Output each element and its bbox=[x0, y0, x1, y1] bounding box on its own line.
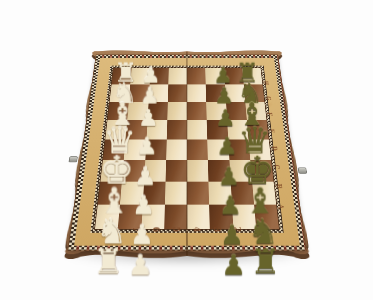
square-h2[interactable] bbox=[223, 68, 243, 85]
square-g3[interactable] bbox=[205, 84, 225, 101]
piece-cell: ♟ bbox=[129, 219, 154, 249]
file-label: G bbox=[264, 96, 272, 100]
square-g2[interactable] bbox=[224, 84, 244, 101]
white-rook[interactable]: ♜ bbox=[93, 245, 124, 279]
black-pawn[interactable]: ♟ bbox=[216, 135, 237, 159]
piece-cell: ♟ bbox=[132, 190, 156, 219]
piece-cell: ♟ bbox=[127, 249, 153, 280]
piece-cell: ♟ bbox=[134, 159, 158, 190]
square-f4[interactable] bbox=[187, 102, 207, 120]
piece-cell: ♜ bbox=[244, 249, 285, 280]
white-pawn[interactable]: ♟ bbox=[134, 164, 156, 189]
black-pawn[interactable]: ♟ bbox=[218, 193, 241, 219]
white-pawn[interactable]: ♟ bbox=[127, 251, 152, 279]
square-h6[interactable] bbox=[149, 68, 168, 85]
black-pawn[interactable]: ♟ bbox=[221, 251, 246, 279]
piece-cell: ♟ bbox=[217, 190, 241, 219]
piece-cell bbox=[156, 159, 172, 190]
square-f5[interactable] bbox=[167, 102, 187, 120]
square-h5[interactable] bbox=[168, 68, 187, 85]
black-rook[interactable]: ♜ bbox=[250, 245, 281, 279]
black-pawn[interactable]: ♟ bbox=[220, 222, 244, 249]
piece-cell: ♟ bbox=[218, 219, 243, 249]
square-h1[interactable] bbox=[242, 68, 262, 85]
product-photo: 87654321 HGFEDCBA ♜♟♟♜♞♟♟♞♝♟♟♝♛♟♟♛♚♟♟♚♝♟… bbox=[0, 0, 373, 300]
square-g8[interactable] bbox=[109, 84, 130, 101]
square-g7[interactable] bbox=[128, 84, 148, 101]
file-label: F bbox=[265, 112, 273, 115]
black-pawn[interactable]: ♟ bbox=[217, 164, 239, 189]
white-pawn[interactable]: ♟ bbox=[131, 193, 154, 219]
white-pawn[interactable]: ♟ bbox=[129, 222, 153, 249]
square-h7[interactable] bbox=[130, 68, 150, 85]
white-pawn[interactable]: ♟ bbox=[136, 135, 157, 159]
square-g6[interactable] bbox=[148, 84, 168, 101]
square-e4[interactable] bbox=[187, 120, 207, 139]
scene: 87654321 HGFEDCBA ♜♟♟♜♞♟♟♞♝♟♟♝♛♟♟♛♚♟♟♚♝♟… bbox=[0, 0, 373, 300]
piece-cell: ♟ bbox=[215, 130, 238, 158]
chess-board: 87654321 HGFEDCBA ♜♟♟♜♞♟♟♞♝♟♟♝♛♟♟♛♚♟♟♚♝♟… bbox=[54, 48, 318, 263]
piece-cell: ♟ bbox=[136, 130, 159, 158]
piece-cell bbox=[171, 159, 186, 190]
file-label: A bbox=[276, 204, 285, 209]
piece-cell bbox=[201, 159, 217, 190]
square-h4[interactable] bbox=[187, 68, 206, 85]
square-g5[interactable] bbox=[167, 84, 186, 101]
square-h8[interactable] bbox=[111, 68, 131, 85]
square-e5[interactable] bbox=[166, 120, 186, 139]
piece-cell bbox=[187, 159, 202, 190]
square-h3[interactable] bbox=[205, 68, 224, 85]
file-label: H bbox=[262, 81, 269, 85]
piece-cell: ♟ bbox=[216, 159, 240, 190]
square-f6[interactable] bbox=[147, 102, 167, 120]
square-f3[interactable] bbox=[206, 102, 226, 120]
piece-cell: ♟ bbox=[220, 249, 246, 280]
square-g4[interactable] bbox=[187, 84, 206, 101]
